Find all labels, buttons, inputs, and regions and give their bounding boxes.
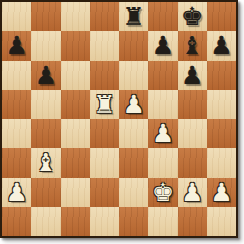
- piece-black-king-g8[interactable]: ♚: [181, 4, 203, 29]
- square-f3[interactable]: [148, 148, 177, 177]
- square-e3[interactable]: [119, 148, 148, 177]
- piece-black-rook-e8[interactable]: ♜: [122, 4, 144, 29]
- square-b7[interactable]: [31, 31, 60, 60]
- square-g4[interactable]: [178, 119, 207, 148]
- square-e4[interactable]: [119, 119, 148, 148]
- square-h1[interactable]: [207, 207, 236, 236]
- square-g1[interactable]: [178, 207, 207, 236]
- piece-white-pawn-a2[interactable]: ♟: [5, 180, 27, 205]
- square-e7[interactable]: [119, 31, 148, 60]
- square-b4[interactable]: [31, 119, 60, 148]
- square-c3[interactable]: [61, 148, 90, 177]
- square-b2[interactable]: [31, 178, 60, 207]
- square-d7[interactable]: [90, 31, 119, 60]
- square-c5[interactable]: [61, 90, 90, 119]
- square-h4[interactable]: [207, 119, 236, 148]
- square-h3[interactable]: [207, 148, 236, 177]
- square-g6[interactable]: ♟: [178, 61, 207, 90]
- square-b3[interactable]: ♝: [31, 148, 60, 177]
- square-f7[interactable]: ♟: [148, 31, 177, 60]
- square-g3[interactable]: [178, 148, 207, 177]
- piece-black-pawn-g6[interactable]: ♟: [181, 63, 203, 88]
- square-d5[interactable]: ♜: [90, 90, 119, 119]
- square-f6[interactable]: [148, 61, 177, 90]
- square-c2[interactable]: [61, 178, 90, 207]
- square-f1[interactable]: [148, 207, 177, 236]
- square-a4[interactable]: [2, 119, 31, 148]
- square-f8[interactable]: [148, 2, 177, 31]
- square-b8[interactable]: [31, 2, 60, 31]
- square-e2[interactable]: [119, 178, 148, 207]
- square-g5[interactable]: [178, 90, 207, 119]
- square-a3[interactable]: [2, 148, 31, 177]
- piece-black-bishop-g7[interactable]: ♝: [181, 33, 203, 58]
- square-c4[interactable]: [61, 119, 90, 148]
- piece-white-king-f2[interactable]: ♚: [152, 180, 174, 205]
- piece-white-pawn-e5[interactable]: ♟: [122, 92, 144, 117]
- piece-white-pawn-f4[interactable]: ♟: [152, 121, 174, 146]
- square-h7[interactable]: ♟: [207, 31, 236, 60]
- square-a6[interactable]: [2, 61, 31, 90]
- square-e1[interactable]: [119, 207, 148, 236]
- piece-black-pawn-h7[interactable]: ♟: [210, 33, 232, 58]
- square-c1[interactable]: [61, 207, 90, 236]
- square-d3[interactable]: [90, 148, 119, 177]
- piece-white-bishop-b3[interactable]: ♝: [35, 150, 57, 175]
- square-a5[interactable]: [2, 90, 31, 119]
- square-c8[interactable]: [61, 2, 90, 31]
- square-d1[interactable]: [90, 207, 119, 236]
- square-e6[interactable]: [119, 61, 148, 90]
- square-g7[interactable]: ♝: [178, 31, 207, 60]
- square-e5[interactable]: ♟: [119, 90, 148, 119]
- piece-black-pawn-a7[interactable]: ♟: [5, 33, 27, 58]
- square-d6[interactable]: [90, 61, 119, 90]
- piece-white-pawn-g2[interactable]: ♟: [181, 180, 203, 205]
- square-h6[interactable]: [207, 61, 236, 90]
- piece-black-pawn-f7[interactable]: ♟: [152, 33, 174, 58]
- square-b5[interactable]: [31, 90, 60, 119]
- piece-white-rook-d5[interactable]: ♜: [93, 92, 115, 117]
- square-h5[interactable]: [207, 90, 236, 119]
- square-a8[interactable]: [2, 2, 31, 31]
- square-h2[interactable]: ♟: [207, 178, 236, 207]
- square-f2[interactable]: ♚: [148, 178, 177, 207]
- square-a7[interactable]: ♟: [2, 31, 31, 60]
- square-b6[interactable]: ♟: [31, 61, 60, 90]
- piece-black-pawn-b6[interactable]: ♟: [35, 63, 57, 88]
- square-g2[interactable]: ♟: [178, 178, 207, 207]
- square-f4[interactable]: ♟: [148, 119, 177, 148]
- square-c7[interactable]: [61, 31, 90, 60]
- square-a2[interactable]: ♟: [2, 178, 31, 207]
- square-g8[interactable]: ♚: [178, 2, 207, 31]
- square-a1[interactable]: [2, 207, 31, 236]
- piece-white-pawn-h2[interactable]: ♟: [210, 180, 232, 205]
- square-e8[interactable]: ♜: [119, 2, 148, 31]
- chess-board: ♜♚♟♟♝♟♟♟♜♟♟♝♟♚♟♟: [0, 0, 238, 238]
- square-f5[interactable]: [148, 90, 177, 119]
- square-d4[interactable]: [90, 119, 119, 148]
- square-c6[interactable]: [61, 61, 90, 90]
- square-d8[interactable]: [90, 2, 119, 31]
- square-b1[interactable]: [31, 207, 60, 236]
- chess-diagram: ♜♚♟♟♝♟♟♟♜♟♟♝♟♚♟♟: [0, 0, 244, 244]
- square-d2[interactable]: [90, 178, 119, 207]
- square-h8[interactable]: [207, 2, 236, 31]
